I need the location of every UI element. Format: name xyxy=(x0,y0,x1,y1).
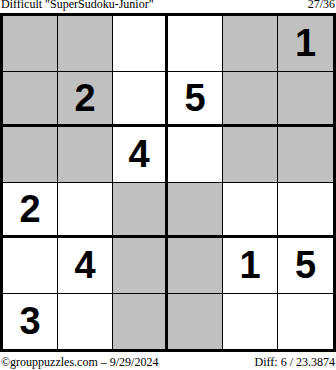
header: Difficult "SuperSudoku-Junior" 27/36 xyxy=(0,0,336,13)
cell-r5c6: 5 xyxy=(278,238,333,294)
cell-r6c3[interactable] xyxy=(113,294,168,350)
cell-r5c1[interactable] xyxy=(3,238,58,294)
cell-r4c5[interactable] xyxy=(223,183,278,239)
cell-r2c2: 2 xyxy=(58,72,113,128)
cell-r1c1[interactable] xyxy=(3,16,58,72)
cell-r2c5[interactable] xyxy=(223,72,278,128)
cell-r6c5[interactable] xyxy=(223,294,278,350)
cell-r1c2[interactable] xyxy=(58,16,113,72)
cell-r3c6[interactable] xyxy=(278,127,333,183)
cell-r4c6[interactable] xyxy=(278,183,333,239)
cell-r4c2[interactable] xyxy=(58,183,113,239)
cell-r3c1[interactable] xyxy=(3,127,58,183)
cell-r2c6[interactable] xyxy=(278,72,333,128)
cell-r3c3: 4 xyxy=(113,127,168,183)
cell-r6c6[interactable] xyxy=(278,294,333,350)
cell-r3c5[interactable] xyxy=(223,127,278,183)
cell-r5c5: 1 xyxy=(223,238,278,294)
cell-r3c2[interactable] xyxy=(58,127,113,183)
cell-r6c4[interactable] xyxy=(168,294,223,350)
cell-r4c1: 2 xyxy=(3,183,58,239)
cell-r5c2: 4 xyxy=(58,238,113,294)
footer: ©grouppuzzles.com – 9/29/2024 Diff: 6 / … xyxy=(0,352,336,370)
cell-r2c4: 5 xyxy=(168,72,223,128)
cell-r6c1: 3 xyxy=(3,294,58,350)
cell-r2c1[interactable] xyxy=(3,72,58,128)
cell-r5c3[interactable] xyxy=(113,238,168,294)
cell-r4c3[interactable] xyxy=(113,183,168,239)
cell-r2c3[interactable] xyxy=(113,72,168,128)
cell-r1c5[interactable] xyxy=(223,16,278,72)
cell-r4c4[interactable] xyxy=(168,183,223,239)
puzzle-title: Difficult "SuperSudoku-Junior" xyxy=(1,0,154,12)
footer-difficulty: Diff: 6 / 23.3874 xyxy=(255,355,335,370)
cell-r5c4[interactable] xyxy=(168,238,223,294)
cell-r1c6: 1 xyxy=(278,16,333,72)
footer-copyright: ©grouppuzzles.com – 9/29/2024 xyxy=(1,355,158,370)
blank-count: 27/36 xyxy=(308,0,335,12)
cell-r1c4[interactable] xyxy=(168,16,223,72)
cell-r6c2[interactable] xyxy=(58,294,113,350)
cell-r1c3[interactable] xyxy=(113,16,168,72)
cell-r3c4[interactable] xyxy=(168,127,223,183)
sudoku-board: 125424153 xyxy=(0,13,336,352)
